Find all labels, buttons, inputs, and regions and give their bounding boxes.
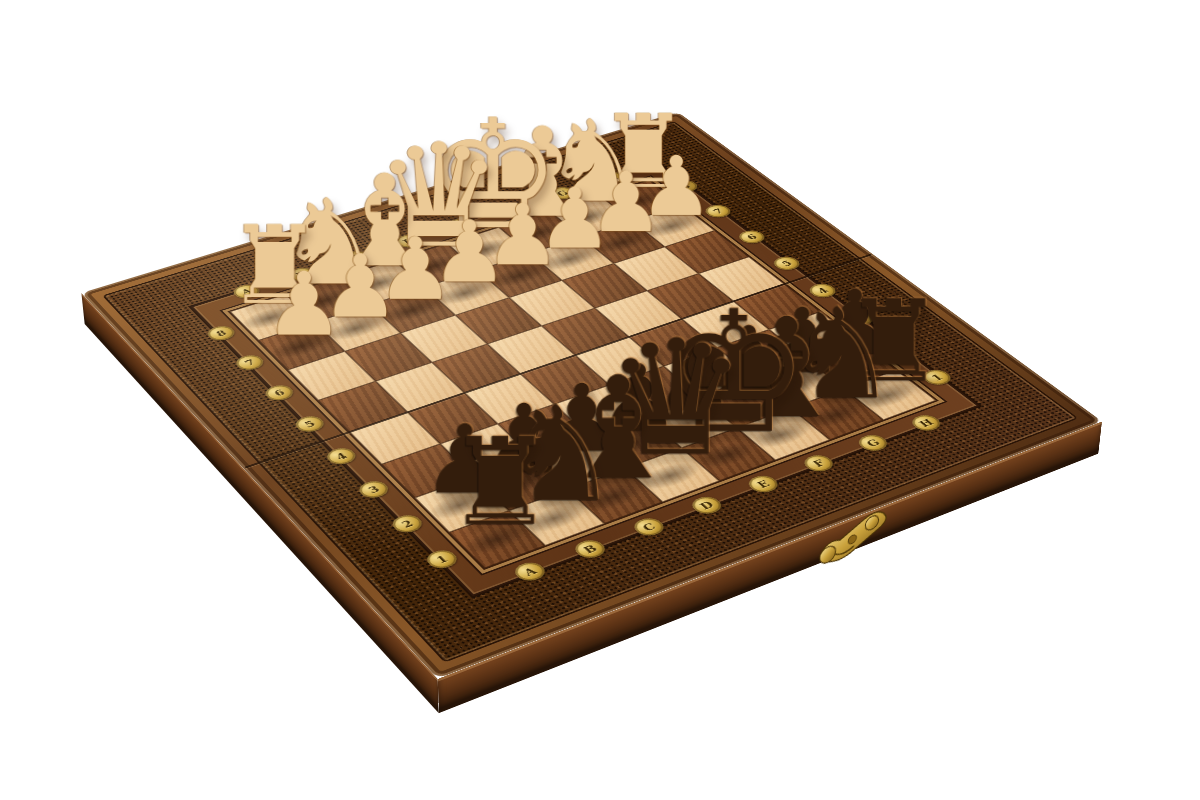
folding-chess-board: 8877665544332211AABBCCDDEEFFGGHH [81, 112, 1102, 679]
chess-set-photo: 8877665544332211AABBCCDDEEFFGGHH [0, 0, 1200, 800]
piece-black-rook-a1: ♜ [424, 422, 578, 543]
